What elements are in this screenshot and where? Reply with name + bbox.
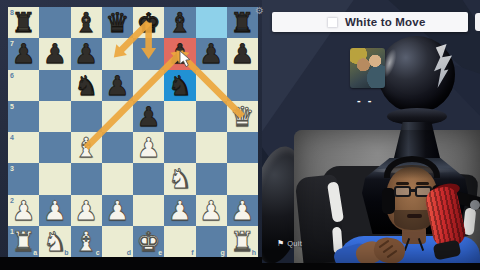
square-h6[interactable] — [227, 70, 258, 101]
quit-label: Quit — [287, 239, 302, 248]
coord-file-d: d — [127, 249, 131, 256]
square-g6[interactable] — [196, 70, 227, 101]
square-b1[interactable]: b♞ — [39, 226, 70, 257]
square-e6[interactable] — [133, 70, 164, 101]
square-h5[interactable]: ♛ — [227, 101, 258, 132]
square-d7[interactable] — [102, 38, 133, 69]
square-h2[interactable]: ♟ — [227, 195, 258, 226]
piece-white-queen-h5[interactable]: ♛ — [230, 101, 254, 132]
square-d1[interactable]: d — [102, 226, 133, 257]
piece-black-pawn-a7[interactable]: ♟ — [12, 38, 36, 69]
square-g8[interactable] — [196, 7, 227, 38]
square-c1[interactable]: c♝ — [71, 226, 102, 257]
piece-black-bishop-c8[interactable]: ♝ — [74, 7, 98, 38]
board-area: 8♜♝♛♚♝♜7♟♟♟♟♟♟6♞♟♞5♟♛4♝♟3♞2♟♟♟♟♟♟♟1a♜b♞c… — [8, 7, 258, 257]
piece-black-pawn-b7[interactable]: ♟ — [43, 38, 67, 69]
square-c8[interactable]: ♝ — [71, 7, 102, 38]
square-b4[interactable] — [39, 132, 70, 163]
piece-black-pawn-g7[interactable]: ♟ — [199, 38, 223, 69]
square-b6[interactable] — [39, 70, 70, 101]
square-g7[interactable]: ♟ — [196, 38, 227, 69]
piece-black-king-e8[interactable]: ♚ — [137, 7, 161, 38]
square-g1[interactable]: g — [196, 226, 227, 257]
piece-black-knight-c6[interactable]: ♞ — [74, 70, 98, 101]
piece-black-pawn-c7[interactable]: ♟ — [74, 38, 98, 69]
piece-white-pawn-h2[interactable]: ♟ — [230, 195, 254, 226]
square-a3[interactable]: 3 — [8, 163, 39, 194]
piece-white-bishop-c1[interactable]: ♝ — [74, 226, 98, 257]
square-e1[interactable]: e♚ — [133, 226, 164, 257]
square-b3[interactable] — [39, 163, 70, 194]
piece-white-knight-f3[interactable]: ♞ — [168, 163, 192, 194]
quit-button[interactable]: ⚑ Quit — [277, 239, 302, 248]
square-c7[interactable]: ♟ — [71, 38, 102, 69]
square-d5[interactable] — [102, 101, 133, 132]
square-b7[interactable]: ♟ — [39, 38, 70, 69]
square-c2[interactable]: ♟ — [71, 195, 102, 226]
panel-edge-element — [475, 13, 480, 31]
piece-black-pawn-e5[interactable]: ♟ — [137, 101, 161, 132]
square-d6[interactable]: ♟ — [102, 70, 133, 101]
square-d3[interactable] — [102, 163, 133, 194]
square-d2[interactable]: ♟ — [102, 195, 133, 226]
piece-black-pawn-h7[interactable]: ♟ — [230, 38, 254, 69]
square-h4[interactable] — [227, 132, 258, 163]
square-a5[interactable]: 5 — [8, 101, 39, 132]
square-f8[interactable]: ♝ — [164, 7, 195, 38]
square-h8[interactable]: ♜ — [227, 7, 258, 38]
white-square-icon — [327, 17, 338, 28]
square-a6[interactable]: 6 — [8, 70, 39, 101]
piece-black-bishop-f8[interactable]: ♝ — [168, 7, 192, 38]
square-b2[interactable]: ♟ — [39, 195, 70, 226]
piece-black-rook-a8[interactable]: ♜ — [12, 7, 36, 38]
piece-black-queen-d8[interactable]: ♛ — [105, 7, 129, 38]
square-b8[interactable] — [39, 7, 70, 38]
chess-board[interactable]: 8♜♝♛♚♝♜7♟♟♟♟♟♟6♞♟♞5♟♛4♝♟3♞2♟♟♟♟♟♟♟1a♜b♞c… — [8, 7, 258, 257]
coord-rank-4: 4 — [10, 134, 14, 141]
square-a2[interactable]: 2♟ — [8, 195, 39, 226]
coord-rank-6: 6 — [10, 72, 14, 79]
square-e8[interactable]: ♚ — [133, 7, 164, 38]
square-c3[interactable] — [71, 163, 102, 194]
square-f4[interactable] — [164, 132, 195, 163]
piece-white-rook-h1[interactable]: ♜ — [230, 226, 254, 257]
coord-file-g: g — [220, 249, 224, 256]
piece-white-bishop-c4[interactable]: ♝ — [74, 132, 98, 163]
settings-gear-icon[interactable]: ⚙ — [255, 5, 264, 16]
stream-frame: 8♜♝♛♚♝♜7♟♟♟♟♟♟6♞♟♞5♟♛4♝♟3♞2♟♟♟♟♟♟♟1a♜b♞c… — [0, 0, 480, 270]
piece-white-pawn-g2[interactable]: ♟ — [199, 195, 223, 226]
square-a1[interactable]: 1a♜ — [8, 226, 39, 257]
square-e3[interactable] — [133, 163, 164, 194]
square-a7[interactable]: 7♟ — [8, 38, 39, 69]
mouse-cursor-icon — [179, 51, 192, 68]
piece-white-pawn-d2[interactable]: ♟ — [105, 195, 129, 226]
score-placeholder: - - — [357, 94, 373, 106]
square-a4[interactable]: 4 — [8, 132, 39, 163]
square-g3[interactable] — [196, 163, 227, 194]
piece-black-pawn-d6[interactable]: ♟ — [105, 70, 129, 101]
square-e7[interactable] — [133, 38, 164, 69]
piece-white-knight-b1[interactable]: ♞ — [43, 226, 67, 257]
piece-black-knight-f6[interactable]: ♞ — [168, 70, 192, 101]
square-d4[interactable] — [102, 132, 133, 163]
square-f5[interactable] — [164, 101, 195, 132]
right-panel: White to Move - - — [262, 0, 480, 263]
piece-black-rook-h8[interactable]: ♜ — [230, 7, 254, 38]
square-c4[interactable]: ♝ — [71, 132, 102, 163]
piece-white-rook-a1[interactable]: ♜ — [12, 226, 36, 257]
webcam-streamer-layer — [294, 130, 480, 263]
piece-white-king-e1[interactable]: ♚ — [137, 226, 161, 257]
turn-banner: White to Move — [272, 12, 468, 32]
square-c5[interactable] — [71, 101, 102, 132]
webcam-vignette — [294, 130, 480, 263]
square-h1[interactable]: h♜ — [227, 226, 258, 257]
square-h7[interactable]: ♟ — [227, 38, 258, 69]
square-b5[interactable] — [39, 101, 70, 132]
square-d8[interactable]: ♛ — [102, 7, 133, 38]
piece-white-pawn-c2[interactable]: ♟ — [74, 195, 98, 226]
square-f1[interactable]: f — [164, 226, 195, 257]
square-f2[interactable]: ♟ — [164, 195, 195, 226]
square-g5[interactable] — [196, 101, 227, 132]
coord-rank-5: 5 — [10, 103, 14, 110]
square-c6[interactable]: ♞ — [71, 70, 102, 101]
square-e4[interactable]: ♟ — [133, 132, 164, 163]
piece-white-pawn-e4[interactable]: ♟ — [137, 132, 161, 163]
piece-white-pawn-f2[interactable]: ♟ — [168, 195, 192, 226]
coord-file-f: f — [191, 249, 193, 256]
piece-white-pawn-a2[interactable]: ♟ — [12, 195, 36, 226]
square-g2[interactable]: ♟ — [196, 195, 227, 226]
square-e2[interactable] — [133, 195, 164, 226]
pawn-collar — [387, 108, 447, 125]
square-e5[interactable]: ♟ — [133, 101, 164, 132]
coord-rank-3: 3 — [10, 165, 14, 172]
square-f3[interactable]: ♞ — [164, 163, 195, 194]
opponent-avatar[interactable] — [350, 48, 385, 88]
square-h3[interactable] — [227, 163, 258, 194]
piece-white-pawn-b2[interactable]: ♟ — [43, 195, 67, 226]
flag-icon: ⚑ — [277, 240, 284, 248]
square-f6[interactable]: ♞ — [164, 70, 195, 101]
square-g4[interactable] — [196, 132, 227, 163]
square-a8[interactable]: 8♜ — [8, 7, 39, 38]
turn-banner-label: White to Move — [345, 16, 426, 28]
